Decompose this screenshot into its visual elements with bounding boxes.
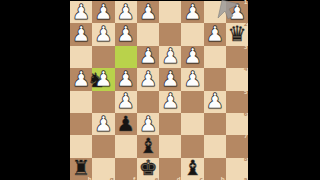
square-b4[interactable] bbox=[204, 68, 226, 90]
square-e8[interactable]: ♚e bbox=[137, 158, 159, 180]
square-c3[interactable]: ♟ bbox=[181, 46, 203, 68]
rank-label-4: 4 bbox=[244, 67, 248, 72]
square-f5[interactable]: ♟ bbox=[115, 91, 137, 113]
white-pawn-d5[interactable]: ♟ bbox=[161, 91, 180, 112]
pillarbox-left bbox=[0, 0, 70, 180]
white-pawn-e6[interactable]: ♟ bbox=[139, 114, 158, 135]
square-g8[interactable]: g bbox=[92, 158, 114, 180]
white-pawn-f1[interactable]: ♟ bbox=[116, 2, 135, 23]
square-b7[interactable] bbox=[204, 135, 226, 157]
file-label-f: f bbox=[134, 177, 136, 180]
square-h3[interactable] bbox=[70, 46, 92, 68]
square-a4[interactable]: 4 bbox=[226, 68, 248, 90]
square-g5[interactable] bbox=[92, 91, 114, 113]
square-e2[interactable] bbox=[137, 23, 159, 45]
square-h4[interactable]: ♟ bbox=[70, 68, 92, 90]
square-g7[interactable] bbox=[92, 135, 114, 157]
video-frame: ♟♟♟♟♟♟1♟♟♟♟♛2♟♟♟3♟♟♟♟♟♟4♟♟♟5♟♟♟6♝7♜hgf♚e… bbox=[0, 0, 320, 180]
square-d3[interactable]: ♟ bbox=[159, 46, 181, 68]
file-label-g: g bbox=[110, 177, 114, 180]
square-c7[interactable] bbox=[181, 135, 203, 157]
square-c5[interactable] bbox=[181, 91, 203, 113]
square-g4[interactable]: ♟ bbox=[92, 68, 114, 90]
rank-label-5: 5 bbox=[244, 90, 248, 95]
square-c2[interactable] bbox=[181, 23, 203, 45]
square-g2[interactable]: ♟ bbox=[92, 23, 114, 45]
square-h5[interactable] bbox=[70, 91, 92, 113]
white-pawn-b5[interactable]: ♟ bbox=[206, 91, 225, 112]
square-f3[interactable] bbox=[115, 46, 137, 68]
square-e6[interactable]: ♟ bbox=[137, 113, 159, 135]
square-d6[interactable] bbox=[159, 113, 181, 135]
white-pawn-c3[interactable]: ♟ bbox=[183, 46, 202, 67]
white-pawn-g1[interactable]: ♟ bbox=[94, 2, 113, 23]
white-pawn-f2[interactable]: ♟ bbox=[116, 24, 135, 45]
square-d1[interactable] bbox=[159, 1, 181, 23]
square-h1[interactable]: ♟ bbox=[70, 1, 92, 23]
rank-label-8: 8 bbox=[244, 157, 248, 162]
square-h7[interactable] bbox=[70, 135, 92, 157]
square-b6[interactable] bbox=[204, 113, 226, 135]
black-pawn-f6[interactable]: ♟ bbox=[116, 114, 135, 135]
white-pawn-h1[interactable]: ♟ bbox=[72, 2, 91, 23]
pillarbox-right bbox=[248, 0, 320, 180]
square-e4[interactable]: ♟ bbox=[137, 68, 159, 90]
square-f4[interactable]: ♟ bbox=[115, 68, 137, 90]
square-h2[interactable]: ♟ bbox=[70, 23, 92, 45]
black-rook-h8[interactable]: ♜ bbox=[72, 158, 91, 179]
square-d7[interactable] bbox=[159, 135, 181, 157]
black-queen-a2[interactable]: ♛ bbox=[228, 24, 247, 45]
white-pawn-d4[interactable]: ♟ bbox=[161, 69, 180, 90]
square-a6[interactable]: 6 bbox=[226, 113, 248, 135]
rank-label-6: 6 bbox=[244, 112, 248, 117]
square-f8[interactable]: f bbox=[115, 158, 137, 180]
square-d5[interactable]: ♟ bbox=[159, 91, 181, 113]
mouse-cursor-icon bbox=[215, 0, 241, 22]
white-pawn-f4[interactable]: ♟ bbox=[116, 69, 135, 90]
square-c4[interactable]: ♟ bbox=[181, 68, 203, 90]
square-f6[interactable]: ♟ bbox=[115, 113, 137, 135]
white-pawn-d3[interactable]: ♟ bbox=[161, 46, 180, 67]
white-pawn-h2[interactable]: ♟ bbox=[72, 24, 91, 45]
square-a8[interactable]: 8a bbox=[226, 158, 248, 180]
square-g1[interactable]: ♟ bbox=[92, 1, 114, 23]
square-d8[interactable]: d bbox=[159, 158, 181, 180]
file-label-d: d bbox=[177, 177, 181, 180]
chess-board[interactable]: ♟♟♟♟♟♟1♟♟♟♟♛2♟♟♟3♟♟♟♟♟♟4♟♟♟5♟♟♟6♝7♜hgf♚e… bbox=[70, 1, 248, 180]
square-b5[interactable]: ♟ bbox=[204, 91, 226, 113]
white-pawn-b2[interactable]: ♟ bbox=[206, 24, 225, 45]
square-b2[interactable]: ♟ bbox=[204, 23, 226, 45]
file-label-a: a bbox=[244, 177, 248, 180]
square-h8[interactable]: ♜h bbox=[70, 158, 92, 180]
square-c1[interactable]: ♟ bbox=[181, 1, 203, 23]
white-pawn-g6[interactable]: ♟ bbox=[94, 114, 113, 135]
square-a3[interactable]: 3 bbox=[226, 46, 248, 68]
square-c8[interactable]: ♝c bbox=[181, 158, 203, 180]
rank-label-7: 7 bbox=[244, 134, 248, 139]
square-g3[interactable] bbox=[92, 46, 114, 68]
white-pawn-c4[interactable]: ♟ bbox=[183, 69, 202, 90]
white-pawn-g4[interactable]: ♟ bbox=[94, 69, 113, 90]
white-pawn-h4[interactable]: ♟ bbox=[72, 69, 91, 90]
square-e1[interactable]: ♟ bbox=[137, 1, 159, 23]
white-pawn-e4[interactable]: ♟ bbox=[139, 69, 158, 90]
white-pawn-e1[interactable]: ♟ bbox=[139, 2, 158, 23]
square-c6[interactable] bbox=[181, 113, 203, 135]
file-label-b: b bbox=[221, 177, 225, 180]
square-g6[interactable]: ♟ bbox=[92, 113, 114, 135]
black-king-e8[interactable]: ♚ bbox=[139, 158, 158, 179]
square-f1[interactable]: ♟ bbox=[115, 1, 137, 23]
white-pawn-g2[interactable]: ♟ bbox=[94, 24, 113, 45]
white-pawn-f5[interactable]: ♟ bbox=[116, 91, 135, 112]
square-f7[interactable] bbox=[115, 135, 137, 157]
square-b8[interactable]: b bbox=[204, 158, 226, 180]
square-d4[interactable]: ♟ bbox=[159, 68, 181, 90]
square-e3[interactable]: ♟ bbox=[137, 46, 159, 68]
black-bishop-c8[interactable]: ♝ bbox=[183, 158, 202, 179]
square-a7[interactable]: 7 bbox=[226, 135, 248, 157]
square-e7[interactable]: ♝ bbox=[137, 135, 159, 157]
black-bishop-e7[interactable]: ♝ bbox=[139, 136, 158, 157]
white-pawn-e3[interactable]: ♟ bbox=[139, 46, 158, 67]
square-f2[interactable]: ♟ bbox=[115, 23, 137, 45]
square-d2[interactable] bbox=[159, 23, 181, 45]
square-h6[interactable] bbox=[70, 113, 92, 135]
square-b3[interactable] bbox=[204, 46, 226, 68]
square-a5[interactable]: 5 bbox=[226, 91, 248, 113]
square-a2[interactable]: ♛2 bbox=[226, 23, 248, 45]
white-pawn-c1[interactable]: ♟ bbox=[183, 2, 202, 23]
square-e5[interactable] bbox=[137, 91, 159, 113]
